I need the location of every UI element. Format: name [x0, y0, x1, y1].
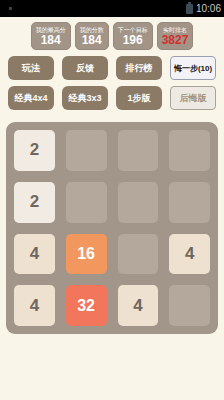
empty-cell	[169, 285, 210, 326]
battery-icon	[186, 4, 193, 14]
classic-3x3-button[interactable]: 经典3x3	[62, 86, 108, 110]
empty-cell	[118, 182, 159, 223]
tile-32: 32	[66, 285, 107, 326]
undo-step-button[interactable]: 悔一步(10)	[170, 56, 216, 80]
stat-realtime-rank: 实时排名 3827	[157, 22, 194, 50]
leaderboard-button[interactable]: 排行榜	[116, 56, 162, 80]
feedback-button[interactable]: 反馈	[62, 56, 108, 80]
empty-cell	[169, 182, 210, 223]
button-row-2: 经典4x4 经典3x3 1步版 后悔版	[0, 86, 224, 110]
how-to-play-button[interactable]: 玩法	[8, 56, 54, 80]
one-step-mode-button[interactable]: 1步版	[116, 86, 162, 110]
regret-mode-button[interactable]: 后悔版	[170, 86, 216, 110]
tile-4: 4	[14, 234, 55, 275]
classic-4x4-button[interactable]: 经典4x4	[8, 86, 54, 110]
stat-best-value: 184	[36, 34, 66, 47]
tile-4: 4	[169, 234, 210, 275]
stat-next-goal-value: 196	[118, 34, 148, 47]
clock-time: 10:06	[196, 4, 221, 14]
board-grid[interactable]: 2241644324	[6, 122, 218, 334]
stat-rank-value: 3827	[162, 34, 189, 47]
stat-best-score: 我的最高分 184	[31, 22, 71, 50]
tile-4: 4	[118, 285, 159, 326]
empty-cell	[66, 130, 107, 171]
stat-current-score: 我的分数 184	[75, 22, 109, 50]
stat-score-value: 184	[80, 34, 104, 47]
empty-cell	[169, 130, 210, 171]
notification-dot-icon	[9, 7, 12, 10]
status-bar: 10:06	[0, 0, 224, 17]
empty-cell	[66, 182, 107, 223]
stat-next-goal: 下一个目标 196	[113, 22, 153, 50]
stats-row: 我的最高分 184 我的分数 184 下一个目标 196 实时排名 3827	[0, 22, 224, 50]
tile-2: 2	[14, 130, 55, 171]
button-row-1: 玩法 反馈 排行榜 悔一步(10)	[0, 56, 224, 80]
tile-2: 2	[14, 182, 55, 223]
empty-cell	[118, 130, 159, 171]
tile-4: 4	[14, 285, 55, 326]
tile-16: 16	[66, 234, 107, 275]
empty-cell	[118, 234, 159, 275]
